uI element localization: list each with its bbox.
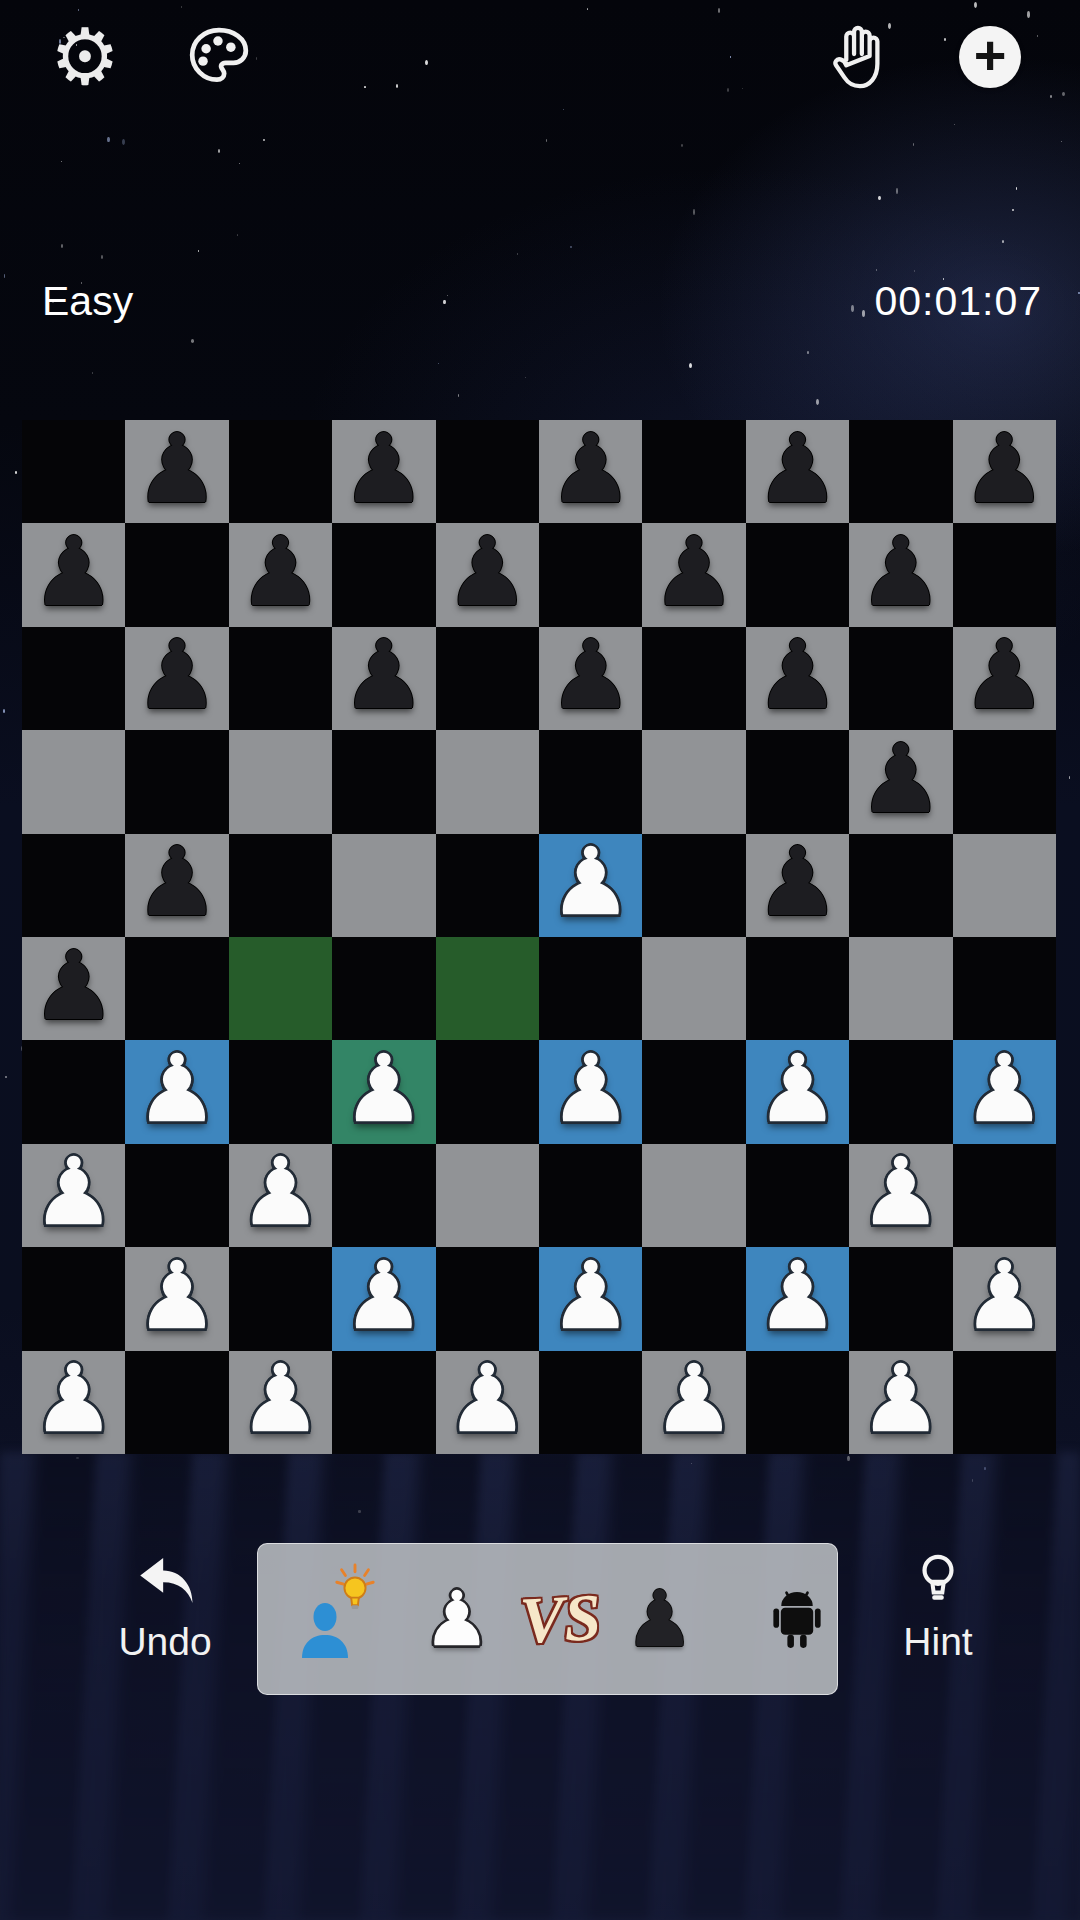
square-r8c9[interactable]: ♟ [953, 1247, 1056, 1350]
star-dot [61, 244, 63, 248]
square-r3c0[interactable] [22, 730, 125, 833]
star-dot [396, 84, 398, 88]
undo-label: Undo [95, 1620, 235, 1664]
square-r3c2[interactable] [229, 730, 332, 833]
square-r7c1[interactable] [125, 1144, 228, 1247]
square-r3c1[interactable] [125, 730, 228, 833]
white-pawn[interactable]: ♟ [31, 1351, 117, 1447]
undo-arrow-icon [132, 1552, 198, 1608]
square-r0c5[interactable]: ♟ [539, 420, 642, 523]
black-pawn[interactable]: ♟ [754, 834, 840, 930]
star-dot [517, 253, 518, 255]
hand-icon [823, 21, 889, 91]
star-dot [896, 188, 899, 194]
square-r1c8[interactable]: ♟ [849, 523, 952, 626]
square-r9c9[interactable] [953, 1351, 1056, 1454]
square-r7c6[interactable] [642, 1144, 745, 1247]
settings-gear-icon[interactable]: ⚙ [50, 22, 120, 92]
square-r2c5[interactable]: ♟ [539, 627, 642, 730]
game-timer: 00:01:07 [874, 278, 1042, 325]
square-r9c8[interactable]: ♟ [849, 1351, 952, 1454]
human-player-indicator [298, 1567, 364, 1671]
star-dot [878, 196, 881, 200]
players-panel: ♟ VS ♟ [257, 1543, 838, 1695]
star-dot [974, 2, 977, 8]
white-pawn[interactable]: ♟ [548, 1248, 634, 1344]
star-dot [78, 9, 79, 11]
square-r3c5[interactable] [539, 730, 642, 833]
square-r7c4[interactable] [436, 1144, 539, 1247]
square-r3c8[interactable]: ♟ [849, 730, 952, 833]
hint-button[interactable]: Hint [868, 1550, 1008, 1664]
black-pawn[interactable]: ♟ [858, 524, 944, 620]
square-r4c8[interactable] [849, 834, 952, 937]
black-pawn[interactable]: ♟ [754, 627, 840, 723]
square-r6c4[interactable] [436, 1040, 539, 1143]
star-dot [914, 270, 915, 271]
square-r4c2[interactable] [229, 834, 332, 937]
square-r7c9[interactable] [953, 1144, 1056, 1247]
star-dot [61, 161, 63, 162]
square-r6c2[interactable] [229, 1040, 332, 1143]
square-r7c8[interactable]: ♟ [849, 1144, 952, 1247]
theme-palette-icon[interactable] [186, 24, 252, 90]
white-pawn[interactable]: ♟ [237, 1351, 323, 1447]
star-dot [425, 60, 428, 65]
star-dot [730, 56, 732, 58]
star-dot [256, 57, 257, 60]
game-board[interactable]: ♟♟♟♟♟♟♟♟♟♟♟♟♟♟♟♟♟♟♟♟♟♟♟♟♟♟♟♟♟♟♟♟♟♟♟♟♟♟ [22, 420, 1056, 1454]
star-dot [239, 163, 240, 164]
square-r0c7[interactable]: ♟ [746, 420, 849, 523]
star-dot [807, 351, 809, 354]
square-r6c9[interactable]: ♟ [953, 1040, 1056, 1143]
square-r2c9[interactable]: ♟ [953, 627, 1056, 730]
square-r2c4[interactable] [436, 627, 539, 730]
square-r1c3[interactable] [332, 523, 435, 626]
white-pawn[interactable]: ♟ [858, 1351, 944, 1447]
square-r5c8[interactable] [849, 937, 952, 1040]
star-dot [816, 399, 819, 406]
square-r8c2[interactable] [229, 1247, 332, 1350]
star-dot [681, 144, 684, 147]
square-r7c3[interactable] [332, 1144, 435, 1247]
star-dot [3, 709, 5, 713]
square-r6c3[interactable]: ♟ [332, 1040, 435, 1143]
black-pawn[interactable]: ♟ [754, 421, 840, 517]
star-dot [101, 255, 103, 259]
square-r4c4[interactable] [436, 834, 539, 937]
square-r7c5[interactable] [539, 1144, 642, 1247]
square-r8c4[interactable] [436, 1247, 539, 1350]
white-pawn[interactable]: ♟ [754, 1248, 840, 1344]
black-pawn[interactable]: ♟ [548, 421, 634, 517]
star-dot [191, 339, 194, 342]
square-r6c1[interactable]: ♟ [125, 1040, 228, 1143]
square-r8c5[interactable]: ♟ [539, 1247, 642, 1350]
new-game-button[interactable]: + [959, 26, 1021, 88]
square-r3c4[interactable] [436, 730, 539, 833]
square-r1c4[interactable]: ♟ [436, 523, 539, 626]
square-r8c1[interactable]: ♟ [125, 1247, 228, 1350]
square-r2c3[interactable]: ♟ [332, 627, 435, 730]
square-r0c1[interactable]: ♟ [125, 420, 228, 523]
black-pawn[interactable]: ♟ [858, 731, 944, 827]
star-dot [1050, 95, 1053, 98]
white-pawn[interactable]: ♟ [548, 834, 634, 930]
star-dot [876, 269, 877, 271]
star-dot [1062, 92, 1065, 96]
black-pawn[interactable]: ♟ [548, 627, 634, 723]
square-r1c5[interactable] [539, 523, 642, 626]
square-r1c6[interactable]: ♟ [642, 523, 745, 626]
vs-label: VS [518, 1579, 603, 1659]
square-r1c7[interactable] [746, 523, 849, 626]
square-r1c2[interactable]: ♟ [229, 523, 332, 626]
hint-bulb-icon [913, 1550, 963, 1608]
square-r4c6[interactable] [642, 834, 745, 937]
star-dot [181, 6, 182, 8]
square-r2c7[interactable]: ♟ [746, 627, 849, 730]
star-dot [107, 137, 110, 143]
square-r9c1[interactable] [125, 1351, 228, 1454]
square-r6c0[interactable] [22, 1040, 125, 1143]
square-r8c7[interactable]: ♟ [746, 1247, 849, 1350]
star-dot [438, 363, 439, 364]
square-r4c5[interactable]: ♟ [539, 834, 642, 937]
star-dot [525, 377, 526, 378]
black-pawn[interactable]: ♟ [341, 627, 427, 723]
black-pawn[interactable]: ♟ [134, 834, 220, 930]
star-dot [718, 8, 721, 13]
square-r8c8[interactable] [849, 1247, 952, 1350]
star-dot [218, 149, 220, 153]
white-pawn[interactable]: ♟ [858, 1144, 944, 1240]
square-r9c0[interactable]: ♟ [22, 1351, 125, 1454]
square-r9c7[interactable] [746, 1351, 849, 1454]
star-dot [689, 363, 692, 368]
white-pawn-icon: ♟ [422, 1580, 492, 1658]
black-pawn[interactable]: ♟ [444, 524, 530, 620]
white-pawn[interactable]: ♟ [961, 1041, 1047, 1137]
status-row: Easy 00:01:07 [0, 278, 1080, 326]
star-dot [364, 86, 366, 88]
star-dot [92, 372, 93, 375]
black-pawn[interactable]: ♟ [651, 524, 737, 620]
star-dot [5, 1076, 7, 1079]
black-pawn[interactable]: ♟ [961, 421, 1047, 517]
star-dot [546, 139, 547, 142]
white-pawn[interactable]: ♟ [651, 1351, 737, 1447]
star-dot [198, 250, 199, 253]
square-r9c3[interactable] [332, 1351, 435, 1454]
star-dot [1002, 240, 1004, 244]
white-pawn[interactable]: ♟ [134, 1041, 220, 1137]
star-dot [1012, 209, 1014, 212]
star-dot [237, 234, 239, 236]
square-r6c5[interactable]: ♟ [539, 1040, 642, 1143]
star-dot [693, 209, 696, 215]
star-dot [944, 38, 947, 41]
idea-bulb-icon [332, 1563, 378, 1613]
square-r5c4[interactable] [436, 937, 539, 1040]
white-pawn[interactable]: ♟ [31, 1144, 117, 1240]
star-dot [587, 8, 589, 10]
app-screen: ⚙ + Easy 00:01:07 ♟♟♟♟♟♟♟♟♟♟♟♟♟♟♟♟♟♟♟♟♟♟… [0, 0, 1080, 1920]
square-r7c0[interactable]: ♟ [22, 1144, 125, 1247]
square-r7c7[interactable] [746, 1144, 849, 1247]
pause-hand-icon[interactable] [822, 20, 890, 92]
square-r5c7[interactable] [746, 937, 849, 1040]
square-r2c1[interactable]: ♟ [125, 627, 228, 730]
star-dot [563, 109, 564, 110]
square-r6c8[interactable] [849, 1040, 952, 1143]
square-r2c2[interactable] [229, 627, 332, 730]
white-pawn[interactable]: ♟ [134, 1248, 220, 1344]
square-r3c3[interactable] [332, 730, 435, 833]
hint-label: Hint [868, 1620, 1008, 1664]
black-pawn[interactable]: ♟ [31, 524, 117, 620]
square-r0c8[interactable] [849, 420, 952, 523]
square-r6c7[interactable]: ♟ [746, 1040, 849, 1143]
square-r4c1[interactable]: ♟ [125, 834, 228, 937]
square-r8c0[interactable] [22, 1247, 125, 1350]
white-pawn[interactable]: ♟ [341, 1248, 427, 1344]
star-dot [1016, 187, 1018, 190]
square-r0c4[interactable] [436, 420, 539, 523]
undo-button[interactable]: Undo [95, 1552, 235, 1664]
square-r4c0[interactable] [22, 834, 125, 937]
square-r5c2[interactable] [229, 937, 332, 1040]
android-player-indicator [769, 1586, 825, 1652]
white-pawn[interactable]: ♟ [548, 1041, 634, 1137]
square-r4c9[interactable] [953, 834, 1056, 937]
square-r5c6[interactable] [642, 937, 745, 1040]
square-r5c3[interactable] [332, 937, 435, 1040]
palette-icon [186, 24, 252, 90]
star-dot [15, 471, 18, 474]
square-r7c2[interactable]: ♟ [229, 1144, 332, 1247]
star-dot [1027, 11, 1030, 18]
square-r3c6[interactable] [642, 730, 745, 833]
square-r5c5[interactable] [539, 937, 642, 1040]
square-r5c9[interactable] [953, 937, 1056, 1040]
square-r2c0[interactable] [22, 627, 125, 730]
white-pawn[interactable]: ♟ [754, 1041, 840, 1137]
square-r0c6[interactable] [642, 420, 745, 523]
square-r1c9[interactable] [953, 523, 1056, 626]
square-r9c5[interactable] [539, 1351, 642, 1454]
square-r4c7[interactable]: ♟ [746, 834, 849, 937]
square-r4c3[interactable] [332, 834, 435, 937]
star-dot [1069, 776, 1071, 779]
white-pawn[interactable]: ♟ [961, 1248, 1047, 1344]
square-r0c0[interactable] [22, 420, 125, 523]
square-r9c2[interactable]: ♟ [229, 1351, 332, 1454]
square-r9c4[interactable]: ♟ [436, 1351, 539, 1454]
square-r5c1[interactable] [125, 937, 228, 1040]
square-r5c0[interactable]: ♟ [22, 937, 125, 1040]
star-dot [263, 139, 265, 141]
plus-icon: + [974, 26, 1007, 84]
star-dot [570, 246, 572, 248]
star-dot [1037, 35, 1038, 37]
black-pawn[interactable]: ♟ [961, 627, 1047, 723]
black-pawn[interactable]: ♟ [134, 421, 220, 517]
black-pawn[interactable]: ♟ [237, 524, 323, 620]
square-r6c6[interactable] [642, 1040, 745, 1143]
square-r0c3[interactable]: ♟ [332, 420, 435, 523]
square-r1c0[interactable]: ♟ [22, 523, 125, 626]
square-r3c7[interactable] [746, 730, 849, 833]
star-dot [913, 143, 914, 146]
square-r8c3[interactable]: ♟ [332, 1247, 435, 1350]
white-pawn[interactable]: ♟ [444, 1351, 530, 1447]
star-dot [742, 88, 743, 89]
footer-bar: Undo [0, 1528, 1080, 1728]
square-r3c9[interactable] [953, 730, 1056, 833]
square-r0c9[interactable]: ♟ [953, 420, 1056, 523]
black-pawn[interactable]: ♟ [341, 421, 427, 517]
square-r2c8[interactable] [849, 627, 952, 730]
square-r9c6[interactable]: ♟ [642, 1351, 745, 1454]
white-pawn[interactable]: ♟ [237, 1144, 323, 1240]
white-pawn[interactable]: ♟ [341, 1041, 427, 1137]
android-robot-icon [769, 1586, 825, 1652]
square-r8c6[interactable] [642, 1247, 745, 1350]
star-dot [954, 124, 955, 125]
black-pawn-icon: ♟ [625, 1580, 695, 1658]
difficulty-label: Easy [42, 278, 133, 325]
square-r2c6[interactable] [642, 627, 745, 730]
black-pawn[interactable]: ♟ [31, 938, 117, 1034]
square-r1c1[interactable] [125, 523, 228, 626]
star-dot [458, 394, 460, 397]
black-pawn[interactable]: ♟ [134, 627, 220, 723]
star-dot [1061, 141, 1062, 142]
star-dot [122, 139, 125, 145]
star-dot [727, 88, 730, 93]
square-r0c2[interactable] [229, 420, 332, 523]
